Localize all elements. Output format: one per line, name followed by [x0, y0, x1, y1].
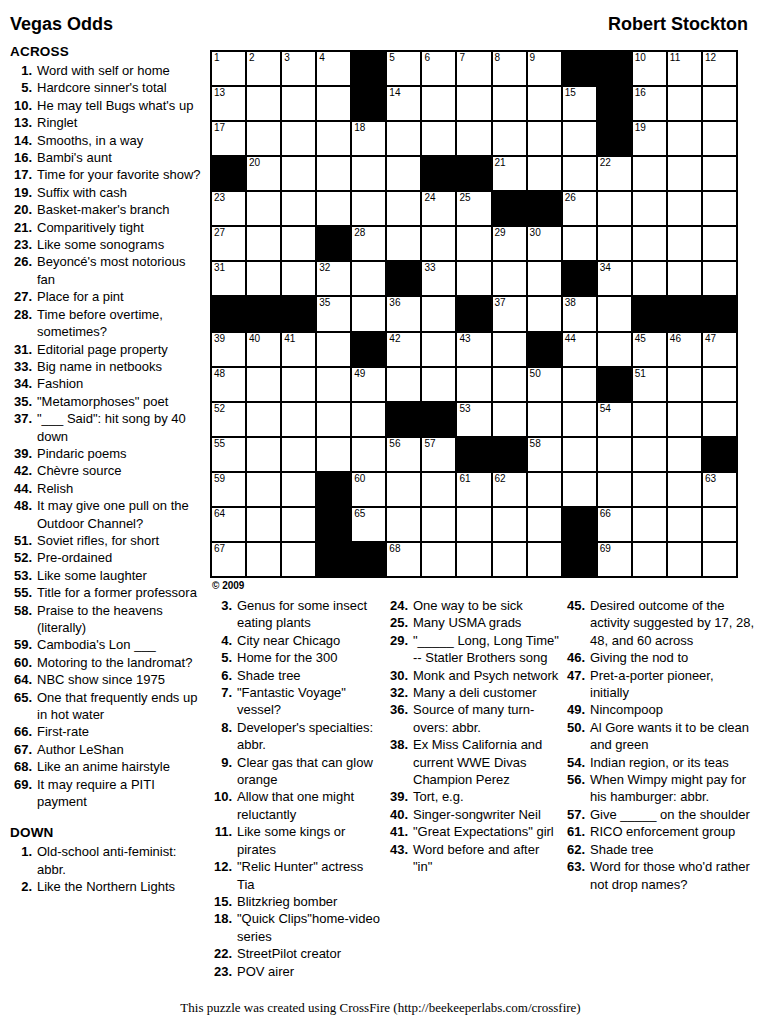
- grid-cell[interactable]: [528, 157, 561, 190]
- grid-cell[interactable]: [528, 297, 561, 330]
- grid-cell[interactable]: [668, 473, 701, 506]
- grid-cell[interactable]: [457, 262, 490, 295]
- grid-cell[interactable]: 45: [633, 333, 666, 366]
- grid-cell[interactable]: [703, 87, 736, 120]
- grid-cell[interactable]: [633, 438, 666, 471]
- grid-cell[interactable]: 66: [598, 508, 631, 541]
- grid-cell[interactable]: [352, 438, 385, 471]
- grid-cell[interactable]: 52: [212, 403, 245, 436]
- cell-number: 68: [389, 544, 400, 554]
- down-clue-6: 6.Shade tree: [210, 667, 381, 684]
- grid-cell[interactable]: [633, 508, 666, 541]
- grid-cell[interactable]: 50: [528, 368, 561, 401]
- clue-text: Ex Miss California and current WWE Divas…: [413, 736, 559, 788]
- grid-cell[interactable]: 22: [598, 157, 631, 190]
- grid-cell[interactable]: [457, 508, 490, 541]
- across-clue-list: 1.Word with self or home5.Hardcore sinne…: [10, 62, 206, 810]
- cell-number: 15: [565, 88, 576, 98]
- grid-cell[interactable]: 49: [352, 368, 385, 401]
- grid-cell[interactable]: [493, 368, 526, 401]
- grid-cell[interactable]: 3: [282, 52, 315, 85]
- grid-cell[interactable]: 35: [317, 297, 350, 330]
- grid-cell[interactable]: 30: [528, 227, 561, 260]
- grid-cell[interactable]: [387, 227, 420, 260]
- cell-number: 53: [459, 404, 470, 414]
- clue-text: Soviet rifles, for short: [37, 532, 206, 549]
- grid-cell[interactable]: [598, 192, 631, 225]
- grid-cell[interactable]: 68: [387, 543, 420, 576]
- grid-cell[interactable]: [668, 87, 701, 120]
- grid-cell[interactable]: 34: [598, 262, 631, 295]
- grid-cell[interactable]: [598, 297, 631, 330]
- grid-cell[interactable]: [703, 403, 736, 436]
- grid-cell[interactable]: 7: [457, 52, 490, 85]
- grid-cell[interactable]: [247, 192, 280, 225]
- grid-cell[interactable]: [703, 368, 736, 401]
- cell-number: 61: [459, 474, 470, 484]
- grid-cell[interactable]: [282, 192, 315, 225]
- cell-number: 18: [354, 123, 365, 133]
- grid-cell[interactable]: [668, 227, 701, 260]
- down-clue-41: 41."Great Expectations" girl: [386, 823, 559, 840]
- grid-cell[interactable]: 13: [212, 87, 245, 120]
- grid-cell[interactable]: [247, 473, 280, 506]
- clue-number: 42.: [10, 462, 37, 479]
- grid-cell[interactable]: [282, 262, 315, 295]
- grid-cell[interactable]: 60: [352, 473, 385, 506]
- down-clue-29: 29."_____ Long, Long Time" -- Statler Br…: [386, 632, 559, 667]
- grid-cell[interactable]: 9: [528, 52, 561, 85]
- clue-number: 17.: [10, 166, 37, 183]
- black-square: [703, 297, 736, 330]
- cell-number: 25: [459, 193, 470, 203]
- grid-cell[interactable]: [247, 368, 280, 401]
- grid-cell[interactable]: 18: [352, 122, 385, 155]
- crossword-grid[interactable]: 1234567891011121314151617181920212223242…: [210, 50, 738, 578]
- across-clue-16: 16.Bambi's aunt: [10, 149, 206, 166]
- cell-number: 45: [635, 334, 646, 344]
- clue-number: 30.: [386, 667, 413, 684]
- grid-cell[interactable]: [282, 87, 315, 120]
- grid-cell[interactable]: [317, 87, 350, 120]
- down-clue-11: 11.Like some kings or pirates: [210, 823, 381, 858]
- grid-cell[interactable]: [703, 543, 736, 576]
- grid-cell[interactable]: 10: [633, 52, 666, 85]
- black-square: [668, 297, 701, 330]
- clue-text: "Quick Clips"home-video series: [237, 910, 381, 945]
- grid-cell[interactable]: [563, 227, 596, 260]
- grid-cell[interactable]: 53: [457, 403, 490, 436]
- grid-cell[interactable]: [247, 543, 280, 576]
- grid-cell[interactable]: [422, 543, 455, 576]
- grid-cell[interactable]: [703, 192, 736, 225]
- across-clue-64: 64.NBC show since 1975: [10, 671, 206, 688]
- grid-cell[interactable]: [282, 403, 315, 436]
- grid-cell[interactable]: [528, 508, 561, 541]
- clue-text: Chèvre source: [37, 462, 206, 479]
- black-square: [352, 52, 385, 85]
- cell-number: 4: [319, 53, 325, 63]
- grid-cell[interactable]: 12: [703, 52, 736, 85]
- grid-cell[interactable]: [422, 87, 455, 120]
- grid-cell[interactable]: 46: [668, 333, 701, 366]
- black-square: [387, 403, 420, 436]
- grid-cell[interactable]: [668, 508, 701, 541]
- grid-cell[interactable]: [282, 473, 315, 506]
- clue-text: It may require a PITI payment: [37, 776, 206, 811]
- grid-cell[interactable]: [493, 543, 526, 576]
- grid-cell[interactable]: [633, 262, 666, 295]
- grid-cell[interactable]: 5: [387, 52, 420, 85]
- grid-cell[interactable]: 57: [422, 438, 455, 471]
- grid-cell[interactable]: [247, 508, 280, 541]
- grid-cell[interactable]: [282, 122, 315, 155]
- grid-cell[interactable]: [633, 227, 666, 260]
- clue-number: 51.: [10, 532, 37, 549]
- grid-cell[interactable]: [633, 473, 666, 506]
- down-clue-54: 54.Indian region, or its teas: [563, 754, 755, 771]
- grid-cell[interactable]: 41: [282, 333, 315, 366]
- clue-text: Beyoncé's most notorious fan: [37, 253, 206, 288]
- cell-number: 44: [565, 334, 576, 344]
- grid-cell[interactable]: [493, 87, 526, 120]
- clue-number: 1.: [10, 62, 37, 79]
- grid-cell[interactable]: [352, 157, 385, 190]
- grid-cell[interactable]: 17: [212, 122, 245, 155]
- down-clue-49: 49.Nincompoop: [563, 701, 755, 718]
- grid-cell[interactable]: 55: [212, 438, 245, 471]
- grid-cell[interactable]: [422, 368, 455, 401]
- down-clue-23: 23.POV airer: [210, 963, 381, 980]
- grid-cell[interactable]: [668, 122, 701, 155]
- black-square: [387, 262, 420, 295]
- grid-cell[interactable]: 19: [633, 122, 666, 155]
- grid-cell[interactable]: [282, 227, 315, 260]
- grid-cell[interactable]: 65: [352, 508, 385, 541]
- cell-number: 38: [565, 298, 576, 308]
- grid-cell[interactable]: [668, 262, 701, 295]
- grid-cell[interactable]: 62: [493, 473, 526, 506]
- grid-cell[interactable]: [317, 122, 350, 155]
- across-clue-10: 10.He may tell Bugs what's up: [10, 97, 206, 114]
- cell-number: 58: [530, 439, 541, 449]
- grid-cell[interactable]: [247, 403, 280, 436]
- clue-number: 4.: [210, 632, 237, 649]
- grid-cell[interactable]: 59: [212, 473, 245, 506]
- grid-cell[interactable]: 6: [422, 52, 455, 85]
- grid-cell[interactable]: [703, 227, 736, 260]
- grid-cell[interactable]: 29: [493, 227, 526, 260]
- grid-cell[interactable]: 24: [422, 192, 455, 225]
- grid-cell[interactable]: 25: [457, 192, 490, 225]
- grid-cell[interactable]: 43: [457, 333, 490, 366]
- grid-cell[interactable]: [457, 87, 490, 120]
- clue-text: Pre-ordained: [37, 549, 206, 566]
- grid-cell[interactable]: 11: [668, 52, 701, 85]
- grid-cell[interactable]: [633, 192, 666, 225]
- cell-number: 63: [705, 474, 716, 484]
- grid-cell[interactable]: [493, 508, 526, 541]
- grid-cell[interactable]: [493, 122, 526, 155]
- grid-cell[interactable]: 42: [387, 333, 420, 366]
- down-clue-18: 18."Quick Clips"home-video series: [210, 910, 381, 945]
- grid-cell[interactable]: [668, 403, 701, 436]
- grid-cell[interactable]: 36: [387, 297, 420, 330]
- grid-cell[interactable]: [493, 333, 526, 366]
- grid-cell[interactable]: [422, 333, 455, 366]
- grid-cell[interactable]: 48: [212, 368, 245, 401]
- clue-text: Pret-a-porter pioneer, initially: [590, 667, 755, 702]
- grid-cell[interactable]: [563, 122, 596, 155]
- grid-cell[interactable]: 69: [598, 543, 631, 576]
- clue-text: Smooths, in a way: [37, 132, 206, 149]
- grid-cell[interactable]: [317, 438, 350, 471]
- down-clue-39: 39.Tort, e.g.: [386, 788, 559, 805]
- black-square: [563, 543, 596, 576]
- across-clue-69: 69.It may require a PITI payment: [10, 776, 206, 811]
- grid-cell[interactable]: [528, 473, 561, 506]
- grid-cell[interactable]: 20: [247, 157, 280, 190]
- grid-cell[interactable]: 58: [528, 438, 561, 471]
- grid-cell[interactable]: [457, 368, 490, 401]
- clue-number: 45.: [563, 597, 590, 649]
- grid-cell[interactable]: 47: [703, 333, 736, 366]
- grid-cell[interactable]: [282, 543, 315, 576]
- cell-number: 24: [424, 193, 435, 203]
- grid-cell[interactable]: [387, 122, 420, 155]
- grid-cell[interactable]: [387, 508, 420, 541]
- across-clue-13: 13.Ringlet: [10, 114, 206, 131]
- grid-cell[interactable]: 14: [387, 87, 420, 120]
- grid-cell[interactable]: [703, 122, 736, 155]
- grid-cell[interactable]: [422, 227, 455, 260]
- clue-text: "Fantastic Voyage" vessel?: [237, 684, 381, 719]
- grid-cell[interactable]: [563, 368, 596, 401]
- grid-cell[interactable]: [528, 543, 561, 576]
- down-clue-list-1: 1.Old-school anti-feminist: abbr.2.Like …: [10, 843, 206, 895]
- cell-number: 48: [214, 369, 225, 379]
- across-clue-21: 21.Comparitively tight: [10, 219, 206, 236]
- grid-cell[interactable]: [387, 157, 420, 190]
- clue-text: "Relic Hunter" actress Tia: [237, 858, 381, 893]
- grid-cell[interactable]: [282, 157, 315, 190]
- black-square: [317, 473, 350, 506]
- grid-cell[interactable]: [528, 87, 561, 120]
- grid-cell[interactable]: [422, 508, 455, 541]
- grid-cell[interactable]: 23: [212, 192, 245, 225]
- black-square: [212, 157, 245, 190]
- grid-cell[interactable]: 67: [212, 543, 245, 576]
- grid-cell[interactable]: [247, 262, 280, 295]
- grid-cell[interactable]: [457, 227, 490, 260]
- grid-cell[interactable]: [703, 508, 736, 541]
- clue-text: Editorial page property: [37, 341, 206, 358]
- down-clue-61: 61.RICO enforcement group: [563, 823, 755, 840]
- grid-cell[interactable]: [317, 333, 350, 366]
- grid-cell[interactable]: 32: [317, 262, 350, 295]
- grid-cell[interactable]: 27: [212, 227, 245, 260]
- cell-number: 14: [389, 88, 400, 98]
- grid-cell[interactable]: [563, 157, 596, 190]
- clue-number: 13.: [10, 114, 37, 131]
- black-square: [212, 297, 245, 330]
- grid-cell[interactable]: [668, 192, 701, 225]
- grid-cell[interactable]: [247, 87, 280, 120]
- grid-cell[interactable]: [422, 122, 455, 155]
- grid-cell[interactable]: 28: [352, 227, 385, 260]
- down-clue-5: 5.Home for the 300: [210, 649, 381, 666]
- grid-cell[interactable]: [563, 403, 596, 436]
- cell-number: 17: [214, 123, 225, 133]
- grid-cell[interactable]: [703, 157, 736, 190]
- grid-cell[interactable]: [493, 262, 526, 295]
- grid-cell[interactable]: [528, 262, 561, 295]
- clue-text: Old-school anti-feminist: abbr.: [37, 843, 206, 878]
- grid-cell[interactable]: [668, 157, 701, 190]
- grid-cell[interactable]: 26: [563, 192, 596, 225]
- black-square: [563, 52, 596, 85]
- across-clue-55: 55.Title for a former professora: [10, 584, 206, 601]
- grid-cell[interactable]: [352, 403, 385, 436]
- cell-number: 29: [495, 228, 506, 238]
- grid-cell[interactable]: 1: [212, 52, 245, 85]
- grid-cell[interactable]: 33: [422, 262, 455, 295]
- grid-cell[interactable]: 51: [633, 368, 666, 401]
- grid-cell[interactable]: 38: [563, 297, 596, 330]
- clue-text: Basket-maker's branch: [37, 201, 206, 218]
- cell-number: 10: [635, 53, 646, 63]
- clue-text: Pindaric poems: [37, 445, 206, 462]
- grid-cell[interactable]: [352, 297, 385, 330]
- grid-cell[interactable]: 61: [457, 473, 490, 506]
- clue-text: POV airer: [237, 963, 381, 980]
- grid-cell[interactable]: [387, 368, 420, 401]
- grid-cell[interactable]: 15: [563, 87, 596, 120]
- grid-cell[interactable]: [317, 403, 350, 436]
- grid-cell[interactable]: 64: [212, 508, 245, 541]
- grid-cell[interactable]: [317, 368, 350, 401]
- grid-cell[interactable]: 44: [563, 333, 596, 366]
- grid-cell[interactable]: 54: [598, 403, 631, 436]
- grid-cell[interactable]: [352, 192, 385, 225]
- grid-cell[interactable]: [668, 438, 701, 471]
- cell-number: 11: [670, 53, 680, 63]
- grid-cell[interactable]: 40: [247, 333, 280, 366]
- cell-number: 27: [214, 228, 225, 238]
- grid-cell[interactable]: [598, 473, 631, 506]
- down-clue-32: 32.Many a deli customer: [386, 684, 559, 701]
- clue-text: Ringlet: [37, 114, 206, 131]
- across-clue-14: 14.Smooths, in a way: [10, 132, 206, 149]
- grid-cell[interactable]: 37: [493, 297, 526, 330]
- grid-cell[interactable]: [528, 122, 561, 155]
- grid-cell[interactable]: [247, 122, 280, 155]
- grid-cell[interactable]: 56: [387, 438, 420, 471]
- black-square: [703, 438, 736, 471]
- cell-number: 54: [600, 404, 611, 414]
- grid-cell[interactable]: [703, 262, 736, 295]
- cell-number: 16: [635, 88, 646, 98]
- grid-cell[interactable]: [387, 473, 420, 506]
- grid-cell[interactable]: [493, 403, 526, 436]
- clue-number: 19.: [10, 184, 37, 201]
- grid-cell[interactable]: [563, 438, 596, 471]
- grid-cell[interactable]: [387, 192, 420, 225]
- grid-cell[interactable]: [282, 508, 315, 541]
- clue-text: Comparitively tight: [37, 219, 206, 236]
- grid-cell[interactable]: [598, 333, 631, 366]
- clue-text: First-rate: [37, 723, 206, 740]
- grid-cell[interactable]: [598, 227, 631, 260]
- grid-cell[interactable]: [668, 368, 701, 401]
- clue-text: It may give one pull on the Outdoor Chan…: [37, 497, 206, 532]
- down-clue-36: 36.Source of many turn-overs: abbr.: [386, 701, 559, 736]
- grid-cell[interactable]: [668, 543, 701, 576]
- clue-number: 53.: [10, 567, 37, 584]
- grid-cell[interactable]: 63: [703, 473, 736, 506]
- grid-cell[interactable]: [282, 368, 315, 401]
- clue-text: City near Chicago: [237, 632, 381, 649]
- cell-number: 42: [389, 334, 400, 344]
- clue-text: Bambi's aunt: [37, 149, 206, 166]
- grid-cell[interactable]: [247, 438, 280, 471]
- grid-cell[interactable]: [457, 543, 490, 576]
- clue-text: Many a deli customer: [413, 684, 559, 701]
- cell-number: 43: [459, 334, 470, 344]
- black-square: [317, 227, 350, 260]
- grid-cell[interactable]: [633, 157, 666, 190]
- grid-cell[interactable]: 16: [633, 87, 666, 120]
- clue-number: 47.: [563, 667, 590, 702]
- grid-cell[interactable]: [282, 438, 315, 471]
- grid-cell[interactable]: [563, 473, 596, 506]
- black-square: [598, 122, 631, 155]
- grid-cell[interactable]: [317, 157, 350, 190]
- clue-text: Time for your favorite show?: [37, 166, 206, 183]
- grid-cell[interactable]: [598, 438, 631, 471]
- grid-cell[interactable]: [633, 403, 666, 436]
- grid-cell[interactable]: [247, 227, 280, 260]
- cell-number: 6: [424, 53, 430, 63]
- grid-cell[interactable]: [457, 122, 490, 155]
- across-clue-33: 33.Big name in netbooks: [10, 358, 206, 375]
- grid-cell[interactable]: 31: [212, 262, 245, 295]
- cell-number: 36: [389, 298, 400, 308]
- down-clue-50: 50.Al Gore wants it to be clean and gree…: [563, 719, 755, 754]
- clue-text: Home for the 300: [237, 649, 381, 666]
- grid-cell[interactable]: [633, 543, 666, 576]
- copyright-notice: © 2009: [212, 580, 244, 591]
- clue-text: Place for a pint: [37, 288, 206, 305]
- clue-number: 22.: [210, 945, 237, 962]
- grid-cell[interactable]: 4: [317, 52, 350, 85]
- across-clue-28: 28.Time before overtime, sometimes?: [10, 306, 206, 341]
- grid-cell[interactable]: [317, 192, 350, 225]
- clue-number: 28.: [10, 306, 37, 341]
- grid-cell[interactable]: 21: [493, 157, 526, 190]
- grid-cell[interactable]: [422, 473, 455, 506]
- across-clue-20: 20.Basket-maker's branch: [10, 201, 206, 218]
- grid-cell[interactable]: [528, 403, 561, 436]
- cell-number: 3: [284, 53, 290, 63]
- grid-cell[interactable]: [422, 297, 455, 330]
- down-clue-list-4: 45.Desired outcome of the activity sugge…: [563, 597, 755, 893]
- grid-cell[interactable]: 39: [212, 333, 245, 366]
- grid-cell[interactable]: 2: [247, 52, 280, 85]
- grid-cell[interactable]: 8: [493, 52, 526, 85]
- clue-number: 56.: [563, 771, 590, 806]
- grid-cell[interactable]: [352, 262, 385, 295]
